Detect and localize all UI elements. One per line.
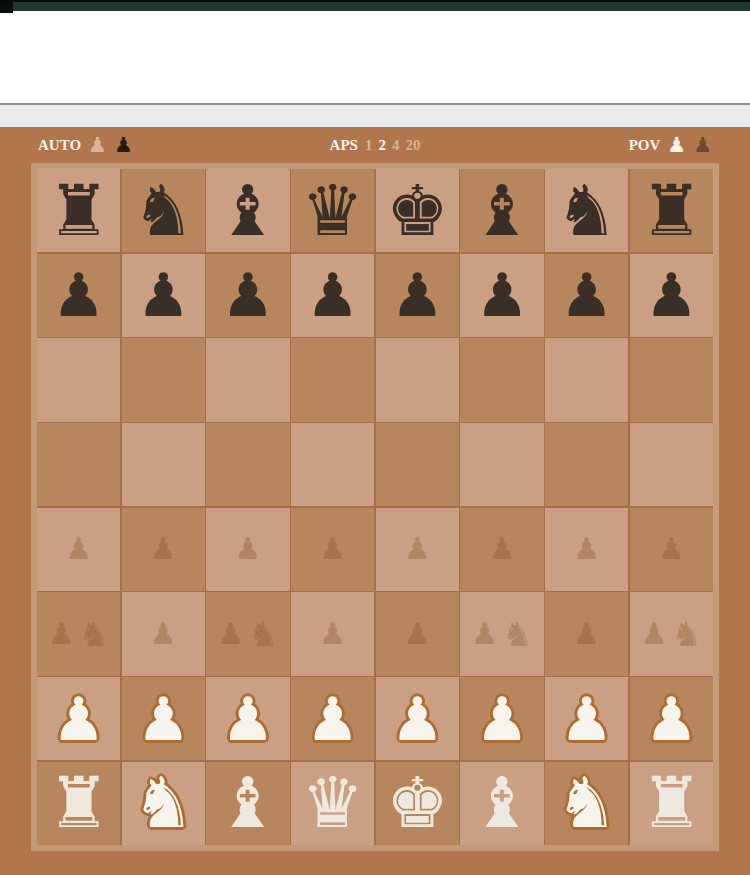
move-hint-knight-icon: ♞ [672, 617, 702, 651]
square-f1[interactable]: ♝ [460, 762, 543, 845]
app-window: AUTO ♟ ♟ APS 12420 POV ♟ ♟ ♜♞♝♛♚♝♞♜♟♟♟♟♟… [0, 0, 750, 875]
white-bishop[interactable]: ♝ [471, 768, 534, 838]
black-king[interactable]: ♚ [386, 176, 449, 246]
white-pawn[interactable]: ♟ [52, 689, 106, 749]
move-hint-pawn-icon: ♟ [235, 534, 262, 564]
aps-option-2[interactable]: 2 [378, 137, 386, 154]
square-b4[interactable]: ♟ [122, 508, 205, 591]
move-hint-pawn-icon: ♟ [150, 619, 177, 649]
white-pawn[interactable]: ♟ [475, 689, 529, 749]
auto-control: AUTO ♟ ♟ [38, 135, 133, 156]
white-knight[interactable]: ♞ [132, 768, 195, 838]
square-d6[interactable] [291, 338, 374, 421]
square-a3[interactable]: ♟♞ [37, 592, 120, 675]
square-h7[interactable]: ♟ [630, 254, 713, 337]
square-d7[interactable]: ♟ [291, 254, 374, 337]
square-b8[interactable]: ♞ [122, 169, 205, 252]
black-pawn[interactable]: ♟ [306, 265, 360, 325]
move-hint-pawn-icon: ♟ [404, 619, 431, 649]
square-e2[interactable]: ♟ [376, 677, 459, 760]
move-hints-c3: ♟♞ [206, 592, 289, 675]
move-hint-pawn-icon: ♟ [471, 619, 498, 649]
square-a1[interactable]: ♜ [37, 762, 120, 845]
square-b1[interactable]: ♞ [122, 762, 205, 845]
black-bishop[interactable]: ♝ [471, 176, 534, 246]
square-h2[interactable]: ♟ [630, 677, 713, 760]
square-a5[interactable] [37, 423, 120, 506]
square-f3[interactable]: ♟♞ [460, 592, 543, 675]
black-pawn[interactable]: ♟ [221, 265, 275, 325]
square-c6[interactable] [206, 338, 289, 421]
square-d8[interactable]: ♛ [291, 169, 374, 252]
white-rook[interactable]: ♜ [47, 768, 110, 838]
aps-control: APS 12420 [330, 137, 421, 154]
move-hints-d3: ♟ [291, 592, 374, 675]
black-pawn[interactable]: ♟ [560, 265, 614, 325]
aps-option-4[interactable]: 4 [392, 137, 400, 154]
pov-control: POV ♟ ♟ [629, 135, 712, 156]
square-f5[interactable] [460, 423, 543, 506]
white-pawn[interactable]: ♟ [136, 689, 190, 749]
white-king[interactable]: ♚ [386, 768, 449, 838]
square-h3[interactable]: ♟♞ [630, 592, 713, 675]
move-hint-knight-icon: ♞ [248, 617, 278, 651]
move-hint-pawn-icon: ♟ [489, 534, 516, 564]
square-e3[interactable]: ♟ [376, 592, 459, 675]
square-c3[interactable]: ♟♞ [206, 592, 289, 675]
square-a7[interactable]: ♟ [37, 254, 120, 337]
square-f2[interactable]: ♟ [460, 677, 543, 760]
square-h4[interactable]: ♟ [630, 508, 713, 591]
square-a2[interactable]: ♟ [37, 677, 120, 760]
move-hints-e4: ♟ [376, 508, 459, 591]
square-d3[interactable]: ♟ [291, 592, 374, 675]
square-a6[interactable] [37, 338, 120, 421]
white-rook[interactable]: ♜ [640, 768, 703, 838]
square-c1[interactable]: ♝ [206, 762, 289, 845]
move-hints-a4: ♟ [37, 508, 120, 591]
square-g6[interactable] [545, 338, 628, 421]
black-pawn[interactable]: ♟ [136, 265, 190, 325]
square-g1[interactable]: ♞ [545, 762, 628, 845]
aps-label: APS [330, 137, 358, 154]
move-hint-knight-icon: ♞ [79, 617, 109, 651]
square-e1[interactable]: ♚ [376, 762, 459, 845]
pov-label: POV [629, 137, 661, 154]
square-d5[interactable] [291, 423, 374, 506]
square-a8[interactable]: ♜ [37, 169, 120, 252]
move-hints-h4: ♟ [630, 508, 713, 591]
square-b3[interactable]: ♟ [122, 592, 205, 675]
black-pawn[interactable]: ♟ [645, 265, 699, 325]
auto-label: AUTO [38, 137, 81, 154]
white-pawn[interactable]: ♟ [560, 689, 614, 749]
white-knight[interactable]: ♞ [555, 768, 618, 838]
board-grid: ♜♞♝♛♚♝♞♜♟♟♟♟♟♟♟♟♟♟♟♟♟♟♟♟♟♞♟♟♞♟♟♟♞♟♟♞♟♟♟♟… [37, 169, 713, 845]
square-d1[interactable]: ♛ [291, 762, 374, 845]
square-a4[interactable]: ♟ [37, 508, 120, 591]
move-hint-pawn-icon: ♟ [319, 619, 346, 649]
black-pawn[interactable]: ♟ [390, 265, 444, 325]
square-c8[interactable]: ♝ [206, 169, 289, 252]
move-hint-pawn-icon: ♟ [641, 619, 668, 649]
square-h1[interactable]: ♜ [630, 762, 713, 845]
white-pawn[interactable]: ♟ [221, 689, 275, 749]
chess-board: ♜♞♝♛♚♝♞♜♟♟♟♟♟♟♟♟♟♟♟♟♟♟♟♟♟♞♟♟♞♟♟♟♞♟♟♞♟♟♟♟… [31, 163, 719, 851]
move-hints-f4: ♟ [460, 508, 543, 591]
square-c7[interactable]: ♟ [206, 254, 289, 337]
black-pawn[interactable]: ♟ [52, 265, 106, 325]
move-hint-pawn-icon: ♟ [319, 534, 346, 564]
square-b2[interactable]: ♟ [122, 677, 205, 760]
aps-options: 12420 [365, 137, 421, 154]
white-pawn[interactable]: ♟ [645, 689, 699, 749]
pov-white-pawn-icon[interactable]: ♟ [667, 135, 686, 156]
square-b6[interactable] [122, 338, 205, 421]
square-d4[interactable]: ♟ [291, 508, 374, 591]
black-knight[interactable]: ♞ [555, 176, 618, 246]
move-hints-b4: ♟ [122, 508, 205, 591]
square-h5[interactable] [630, 423, 713, 506]
move-hint-knight-icon: ♞ [502, 617, 532, 651]
move-hints-c4: ♟ [206, 508, 289, 591]
square-e8[interactable]: ♚ [376, 169, 459, 252]
black-rook[interactable]: ♜ [47, 176, 110, 246]
move-hints-g4: ♟ [545, 508, 628, 591]
square-f7[interactable]: ♟ [460, 254, 543, 337]
square-g8[interactable]: ♞ [545, 169, 628, 252]
square-f8[interactable]: ♝ [460, 169, 543, 252]
square-f6[interactable] [460, 338, 543, 421]
move-hints-g3: ♟ [545, 592, 628, 675]
aps-option-20[interactable]: 20 [405, 137, 420, 154]
move-hint-pawn-icon: ♟ [658, 534, 685, 564]
square-c5[interactable] [206, 423, 289, 506]
square-g4[interactable]: ♟ [545, 508, 628, 591]
game-area: AUTO ♟ ♟ APS 12420 POV ♟ ♟ ♜♞♝♛♚♝♞♜♟♟♟♟♟… [0, 127, 750, 875]
move-hint-pawn-icon: ♟ [573, 619, 600, 649]
square-e4[interactable]: ♟ [376, 508, 459, 591]
square-c4[interactable]: ♟ [206, 508, 289, 591]
white-pawn[interactable]: ♟ [390, 689, 444, 749]
move-hints-e3: ♟ [376, 592, 459, 675]
move-hints-h3: ♟♞ [630, 592, 713, 675]
toolbar-band [0, 105, 750, 127]
square-e6[interactable] [376, 338, 459, 421]
auto-white-pawn-icon[interactable]: ♟ [88, 135, 107, 156]
black-queen[interactable]: ♛ [301, 176, 364, 246]
chrome-corner [0, 2, 13, 13]
move-hint-pawn-icon: ♟ [48, 619, 75, 649]
square-b7[interactable]: ♟ [122, 254, 205, 337]
black-bishop[interactable]: ♝ [217, 176, 280, 246]
black-rook[interactable]: ♜ [640, 176, 703, 246]
square-h6[interactable] [630, 338, 713, 421]
square-c2[interactable]: ♟ [206, 677, 289, 760]
move-hints-d4: ♟ [291, 508, 374, 591]
square-g3[interactable]: ♟ [545, 592, 628, 675]
move-hint-pawn-icon: ♟ [404, 534, 431, 564]
move-hints-a3: ♟♞ [37, 592, 120, 675]
move-hint-pawn-icon: ♟ [65, 534, 92, 564]
move-hints-f3: ♟♞ [460, 592, 543, 675]
square-h8[interactable]: ♜ [630, 169, 713, 252]
pov-black-pawn-icon[interactable]: ♟ [693, 135, 712, 156]
white-queen[interactable]: ♛ [301, 768, 364, 838]
square-g7[interactable]: ♟ [545, 254, 628, 337]
move-hints-b3: ♟ [122, 592, 205, 675]
move-hint-pawn-icon: ♟ [573, 534, 600, 564]
white-pawn[interactable]: ♟ [306, 689, 360, 749]
black-pawn[interactable]: ♟ [475, 265, 529, 325]
white-bishop[interactable]: ♝ [217, 768, 280, 838]
browser-chrome-bar [0, 0, 750, 11]
move-hint-pawn-icon: ♟ [217, 619, 244, 649]
square-g5[interactable] [545, 423, 628, 506]
square-g2[interactable]: ♟ [545, 677, 628, 760]
square-e5[interactable] [376, 423, 459, 506]
auto-black-pawn-icon[interactable]: ♟ [114, 135, 133, 156]
square-b5[interactable] [122, 423, 205, 506]
square-f4[interactable]: ♟ [460, 508, 543, 591]
aps-option-1[interactable]: 1 [365, 137, 373, 154]
move-hint-pawn-icon: ♟ [150, 534, 177, 564]
control-bar: AUTO ♟ ♟ APS 12420 POV ♟ ♟ [0, 127, 750, 163]
square-e7[interactable]: ♟ [376, 254, 459, 337]
square-d2[interactable]: ♟ [291, 677, 374, 760]
black-knight[interactable]: ♞ [132, 176, 195, 246]
page-background [0, 11, 750, 103]
